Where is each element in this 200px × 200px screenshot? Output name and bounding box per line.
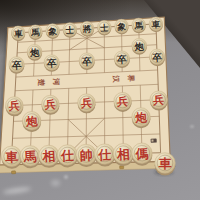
piece-character: 卒	[116, 54, 127, 65]
piece-character: 卒	[81, 55, 92, 66]
piece-character: 炮	[134, 110, 148, 125]
board-clasp	[11, 171, 15, 174]
piece-character: 卒	[46, 57, 57, 68]
piece-character: 卒	[151, 52, 162, 63]
photo-scene: 楚河汉界車馬象士將士象馬車炮炮卒卒卒卒卒兵兵兵兵兵炮炮車馬相仕帥仕相傌車	[0, 0, 200, 200]
river-label: 河	[52, 78, 61, 86]
piece-character: 炮	[29, 47, 40, 58]
piece-character: 馬	[133, 20, 143, 30]
piece-red[interactable]: 車	[155, 153, 176, 176]
piece-character: 象	[47, 26, 57, 36]
piece-character: 炮	[133, 41, 144, 52]
piece-character: 士	[65, 25, 74, 35]
piece-character: 兵	[81, 97, 93, 110]
piece-character: 傌	[134, 146, 149, 162]
piece-character: 兵	[45, 98, 57, 111]
piece-character: 車	[14, 28, 23, 38]
river-label: 汉	[111, 74, 120, 83]
board-clasp	[120, 166, 124, 169]
piece-character: 象	[116, 21, 126, 31]
piece-character: 兵	[153, 94, 165, 107]
piece-character: 相	[41, 148, 55, 164]
board-group: 楚河汉界車馬象士將士象馬車炮炮卒卒卒卒卒兵兵兵兵兵炮炮車馬相仕帥仕相傌	[0, 17, 172, 176]
piece-character: 馬	[23, 149, 38, 165]
piece-character: 相	[116, 146, 130, 162]
piece-character: 馬	[30, 27, 40, 37]
piece-character: 炮	[25, 114, 39, 129]
piece-character: 車	[159, 156, 172, 171]
piece-character: 帥	[79, 147, 93, 163]
piece-character: 車	[5, 149, 19, 165]
piece-character: 兵	[9, 99, 21, 112]
piece-character: 兵	[117, 95, 129, 108]
piece-character: 士	[100, 23, 109, 33]
piece-character: 仕	[97, 147, 112, 163]
piece-character: 卒	[11, 59, 22, 70]
piece-character: 車	[152, 19, 161, 29]
river-label: 楚	[37, 78, 46, 87]
piece-character: 將	[83, 24, 92, 34]
piece-character: 仕	[60, 148, 75, 164]
board-logo-mark	[151, 139, 153, 141]
river-label: 界	[126, 73, 135, 82]
xiangqi-board[interactable]: 楚河汉界車馬象士將士象馬車炮炮卒卒卒卒卒兵兵兵兵兵炮炮車馬相仕帥仕相傌車	[0, 0, 200, 200]
